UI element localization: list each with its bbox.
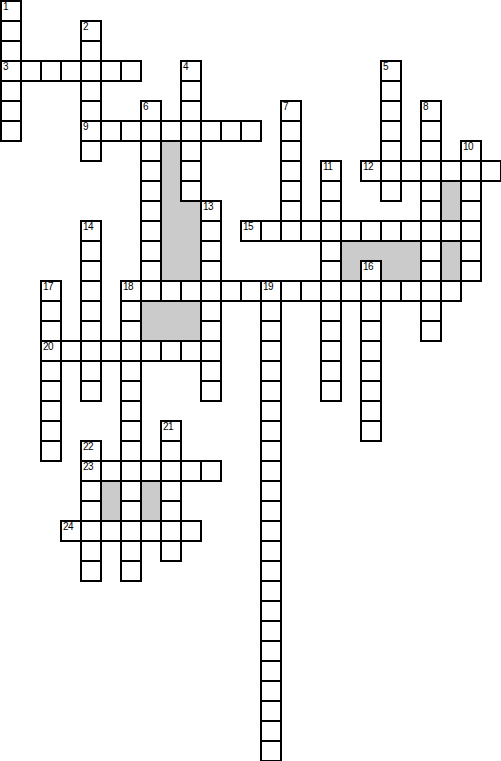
- shaded-cell: [340, 260, 362, 282]
- grid-cell[interactable]: [140, 460, 162, 482]
- grid-cell[interactable]: [180, 180, 202, 202]
- shaded-cell: [340, 240, 362, 262]
- clue-number: 19: [263, 282, 273, 292]
- grid-cell[interactable]: [260, 420, 282, 442]
- clue-number: 14: [83, 222, 93, 232]
- grid-cell[interactable]: [260, 600, 282, 622]
- grid-cell[interactable]: [80, 320, 102, 342]
- grid-cell[interactable]: [40, 300, 62, 322]
- grid-cell[interactable]: [180, 280, 202, 302]
- grid-cell[interactable]: [260, 560, 282, 582]
- grid-cell[interactable]: [200, 220, 222, 242]
- grid-cell[interactable]: [460, 200, 482, 222]
- grid-cell[interactable]: [140, 160, 162, 182]
- grid-cell[interactable]: [80, 500, 102, 522]
- shaded-cell: [380, 240, 402, 262]
- grid-cell[interactable]: [260, 620, 282, 642]
- clue-number: 16: [363, 262, 373, 272]
- grid-cell[interactable]: [360, 300, 382, 322]
- grid-cell[interactable]: [460, 180, 482, 202]
- grid-cell[interactable]: [260, 340, 282, 362]
- grid-cell[interactable]: [80, 340, 102, 362]
- grid-cell[interactable]: [120, 360, 142, 382]
- grid-cell[interactable]: [420, 300, 442, 322]
- grid-cell[interactable]: [180, 120, 202, 142]
- grid-cell[interactable]: [0, 80, 22, 102]
- grid-cell[interactable]: [140, 260, 162, 282]
- grid-cell[interactable]: [260, 660, 282, 682]
- shaded-cell: [180, 200, 202, 222]
- grid-cell[interactable]: [320, 240, 342, 262]
- clue-number: 23: [83, 462, 93, 472]
- grid-cell[interactable]: [120, 400, 142, 422]
- grid-cell[interactable]: [140, 180, 162, 202]
- grid-cell[interactable]: [440, 220, 462, 242]
- grid-cell[interactable]: [420, 140, 442, 162]
- shaded-cell: [360, 240, 382, 262]
- grid-cell[interactable]: [380, 160, 402, 182]
- shaded-cell: [160, 260, 182, 282]
- grid-cell[interactable]: [80, 480, 102, 502]
- grid-cell[interactable]: [360, 280, 382, 302]
- grid-cell[interactable]: [140, 140, 162, 162]
- grid-cell[interactable]: [200, 360, 222, 382]
- shaded-cell: [160, 320, 182, 342]
- grid-cell[interactable]: [260, 460, 282, 482]
- clue-number: 11: [323, 162, 332, 172]
- clue-number: 4: [183, 62, 188, 72]
- grid-cell[interactable]: [360, 220, 382, 242]
- clue-number: 9: [83, 122, 88, 132]
- grid-cell[interactable]: [320, 360, 342, 382]
- grid-cell[interactable]: [320, 380, 342, 402]
- grid-cell[interactable]: [460, 220, 482, 242]
- grid-cell[interactable]: [180, 160, 202, 182]
- shaded-cell: [160, 200, 182, 222]
- grid-cell[interactable]: [260, 680, 282, 702]
- grid-cell[interactable]: [0, 120, 22, 142]
- grid-cell[interactable]: [200, 380, 222, 402]
- grid-cell[interactable]: [460, 160, 482, 182]
- grid-cell[interactable]: [340, 280, 362, 302]
- grid-cell[interactable]: [320, 280, 342, 302]
- grid-cell[interactable]: [380, 100, 402, 122]
- grid-cell[interactable]: [0, 20, 22, 42]
- clue-number: 8: [423, 102, 428, 112]
- shaded-cell: [140, 320, 162, 342]
- grid-cell[interactable]: [260, 440, 282, 462]
- grid-cell[interactable]: [100, 120, 122, 142]
- grid-cell[interactable]: [260, 220, 282, 242]
- grid-cell[interactable]: [280, 180, 302, 202]
- grid-cell[interactable]: [260, 360, 282, 382]
- shaded-cell: [160, 180, 182, 202]
- clue-number: 15: [243, 222, 253, 232]
- grid-cell[interactable]: [160, 460, 182, 482]
- grid-cell[interactable]: [420, 220, 442, 242]
- clue-number: 10: [463, 142, 473, 152]
- grid-cell[interactable]: [400, 280, 422, 302]
- grid-cell[interactable]: [320, 200, 342, 222]
- grid-cell[interactable]: [80, 40, 102, 62]
- clue-number: 17: [43, 282, 53, 292]
- shaded-cell: [100, 500, 122, 522]
- shaded-cell: [160, 140, 182, 162]
- grid-cell[interactable]: [160, 340, 182, 362]
- grid-cell[interactable]: [140, 220, 162, 242]
- grid-cell[interactable]: [160, 500, 182, 522]
- grid-cell[interactable]: [260, 500, 282, 522]
- grid-cell[interactable]: [460, 240, 482, 262]
- grid-cell[interactable]: [180, 520, 202, 542]
- grid-cell[interactable]: [140, 280, 162, 302]
- grid-cell[interactable]: [120, 540, 142, 562]
- grid-cell[interactable]: [200, 120, 222, 142]
- grid-cell[interactable]: [480, 160, 501, 182]
- grid-cell[interactable]: [360, 400, 382, 422]
- grid-cell[interactable]: [260, 720, 282, 742]
- grid-cell[interactable]: [260, 320, 282, 342]
- grid-cell[interactable]: [160, 520, 182, 542]
- grid-cell[interactable]: [0, 40, 22, 62]
- grid-cell[interactable]: [120, 520, 142, 542]
- grid-cell[interactable]: [80, 360, 102, 382]
- clue-number: 3: [3, 62, 8, 72]
- grid-cell[interactable]: [380, 120, 402, 142]
- grid-cell[interactable]: [40, 320, 62, 342]
- grid-cell[interactable]: [60, 340, 82, 362]
- grid-cell[interactable]: [140, 120, 162, 142]
- grid-cell[interactable]: [280, 160, 302, 182]
- grid-cell[interactable]: [420, 160, 442, 182]
- grid-cell[interactable]: [280, 280, 302, 302]
- grid-cell[interactable]: [80, 240, 102, 262]
- grid-cell[interactable]: [120, 340, 142, 362]
- shaded-cell: [160, 220, 182, 242]
- grid-cell[interactable]: [380, 280, 402, 302]
- grid-cell[interactable]: [120, 380, 142, 402]
- grid-cell[interactable]: [320, 260, 342, 282]
- clue-number: 18: [123, 282, 133, 292]
- grid-cell[interactable]: [120, 440, 142, 462]
- grid-cell[interactable]: [80, 260, 102, 282]
- shaded-cell: [380, 260, 402, 282]
- grid-cell[interactable]: [460, 260, 482, 282]
- shaded-cell: [180, 300, 202, 322]
- grid-cell[interactable]: [120, 300, 142, 322]
- grid-cell[interactable]: [280, 120, 302, 142]
- grid-cell[interactable]: [40, 60, 62, 82]
- grid-cell[interactable]: [260, 400, 282, 422]
- grid-cell[interactable]: [420, 120, 442, 142]
- grid-cell[interactable]: [260, 640, 282, 662]
- grid-cell[interactable]: [380, 220, 402, 242]
- grid-cell[interactable]: [120, 320, 142, 342]
- grid-cell[interactable]: [100, 460, 122, 482]
- grid-cell[interactable]: [320, 220, 342, 242]
- grid-cell[interactable]: [320, 340, 342, 362]
- grid-cell[interactable]: [160, 540, 182, 562]
- grid-cell[interactable]: [420, 240, 442, 262]
- grid-cell[interactable]: [80, 80, 102, 102]
- grid-cell[interactable]: [320, 180, 342, 202]
- shaded-cell: [440, 240, 462, 262]
- grid-cell[interactable]: [200, 260, 222, 282]
- grid-cell[interactable]: [120, 460, 142, 482]
- grid-cell[interactable]: [320, 300, 342, 322]
- grid-cell[interactable]: [200, 460, 222, 482]
- grid-cell[interactable]: [140, 340, 162, 362]
- clue-number: 21: [163, 422, 173, 432]
- shaded-cell: [140, 300, 162, 322]
- grid-cell[interactable]: [280, 140, 302, 162]
- grid-cell[interactable]: [80, 560, 102, 582]
- grid-cell[interactable]: [80, 380, 102, 402]
- grid-cell[interactable]: [0, 100, 22, 122]
- grid-cell[interactable]: [140, 240, 162, 262]
- grid-cell[interactable]: [120, 500, 142, 522]
- grid-cell[interactable]: [120, 420, 142, 442]
- grid-cell[interactable]: [360, 420, 382, 442]
- grid-cell[interactable]: [300, 220, 322, 242]
- grid-cell[interactable]: [440, 160, 462, 182]
- shaded-cell: [440, 260, 462, 282]
- grid-cell[interactable]: [100, 520, 122, 542]
- shaded-cell: [180, 240, 202, 262]
- grid-cell[interactable]: [260, 480, 282, 502]
- clue-number: 5: [383, 62, 388, 72]
- grid-cell[interactable]: [160, 280, 182, 302]
- clue-number: 12: [363, 162, 373, 172]
- grid-cell[interactable]: [420, 180, 442, 202]
- grid-cell[interactable]: [400, 220, 422, 242]
- shaded-cell: [400, 260, 422, 282]
- grid-cell[interactable]: [40, 440, 62, 462]
- grid-cell[interactable]: [440, 280, 462, 302]
- shaded-cell: [160, 300, 182, 322]
- grid-cell[interactable]: [40, 420, 62, 442]
- shaded-cell: [180, 260, 202, 282]
- grid-cell[interactable]: [180, 100, 202, 122]
- grid-cell[interactable]: [80, 280, 102, 302]
- grid-cell[interactable]: [40, 380, 62, 402]
- grid-cell[interactable]: [180, 80, 202, 102]
- grid-cell[interactable]: [420, 320, 442, 342]
- grid-cell[interactable]: [120, 480, 142, 502]
- grid-cell[interactable]: [200, 300, 222, 322]
- grid-cell[interactable]: [200, 320, 222, 342]
- grid-cell[interactable]: [260, 520, 282, 542]
- grid-cell[interactable]: [260, 580, 282, 602]
- grid-cell[interactable]: [260, 300, 282, 322]
- grid-cell[interactable]: [240, 280, 262, 302]
- grid-cell[interactable]: [80, 540, 102, 562]
- grid-cell[interactable]: [200, 240, 222, 262]
- grid-cell[interactable]: [340, 220, 362, 242]
- grid-cell[interactable]: [140, 520, 162, 542]
- grid-cell[interactable]: [120, 560, 142, 582]
- shaded-cell: [400, 240, 422, 262]
- grid-cell[interactable]: [300, 280, 322, 302]
- shaded-cell: [160, 160, 182, 182]
- shaded-cell: [100, 480, 122, 502]
- clue-number: 20: [43, 342, 53, 352]
- grid-cell[interactable]: [80, 60, 102, 82]
- grid-cell[interactable]: [20, 60, 42, 82]
- grid-cell[interactable]: [160, 440, 182, 462]
- grid-cell[interactable]: [80, 300, 102, 322]
- grid-cell[interactable]: [260, 740, 282, 761]
- grid-cell[interactable]: [260, 380, 282, 402]
- shaded-cell: [440, 180, 462, 202]
- crossword-grid: 123456789101112131415161718192021222324: [0, 0, 501, 761]
- grid-cell[interactable]: [100, 60, 122, 82]
- grid-cell[interactable]: [420, 280, 442, 302]
- shaded-cell: [160, 240, 182, 262]
- grid-cell[interactable]: [380, 80, 402, 102]
- clue-number: 22: [83, 442, 93, 452]
- grid-cell[interactable]: [220, 280, 242, 302]
- grid-cell[interactable]: [160, 480, 182, 502]
- clue-number: 7: [283, 102, 288, 112]
- grid-cell[interactable]: [180, 460, 202, 482]
- grid-cell[interactable]: [80, 100, 102, 122]
- grid-cell[interactable]: [40, 400, 62, 422]
- shaded-cell: [180, 320, 202, 342]
- grid-cell[interactable]: [120, 120, 142, 142]
- grid-cell[interactable]: [400, 160, 422, 182]
- grid-cell[interactable]: [360, 340, 382, 362]
- grid-cell[interactable]: [360, 380, 382, 402]
- grid-cell[interactable]: [260, 540, 282, 562]
- shaded-cell: [140, 480, 162, 502]
- grid-cell[interactable]: [80, 140, 102, 162]
- grid-cell[interactable]: [380, 140, 402, 162]
- grid-cell[interactable]: [200, 280, 222, 302]
- clue-number: 2: [83, 22, 88, 32]
- grid-cell[interactable]: [160, 120, 182, 142]
- grid-cell[interactable]: [40, 360, 62, 382]
- shaded-cell: [140, 500, 162, 522]
- clue-number: 24: [63, 522, 73, 532]
- grid-cell[interactable]: [240, 120, 262, 142]
- grid-cell[interactable]: [280, 220, 302, 242]
- grid-cell[interactable]: [180, 140, 202, 162]
- clue-number: 1: [3, 2, 8, 12]
- grid-cell[interactable]: [320, 320, 342, 342]
- grid-cell[interactable]: [360, 320, 382, 342]
- grid-cell[interactable]: [140, 200, 162, 222]
- grid-cell[interactable]: [420, 200, 442, 222]
- grid-cell[interactable]: [220, 120, 242, 142]
- grid-cell[interactable]: [80, 520, 102, 542]
- grid-cell[interactable]: [420, 260, 442, 282]
- grid-cell[interactable]: [360, 360, 382, 382]
- shaded-cell: [440, 200, 462, 222]
- clue-number: 13: [203, 202, 213, 212]
- grid-cell[interactable]: [120, 60, 142, 82]
- shaded-cell: [180, 220, 202, 242]
- grid-cell[interactable]: [380, 180, 402, 202]
- grid-cell[interactable]: [200, 340, 222, 362]
- grid-cell[interactable]: [100, 340, 122, 362]
- grid-cell[interactable]: [60, 60, 82, 82]
- grid-cell[interactable]: [260, 700, 282, 722]
- grid-cell[interactable]: [280, 200, 302, 222]
- clue-number: 6: [143, 102, 148, 112]
- grid-cell[interactable]: [180, 340, 202, 362]
